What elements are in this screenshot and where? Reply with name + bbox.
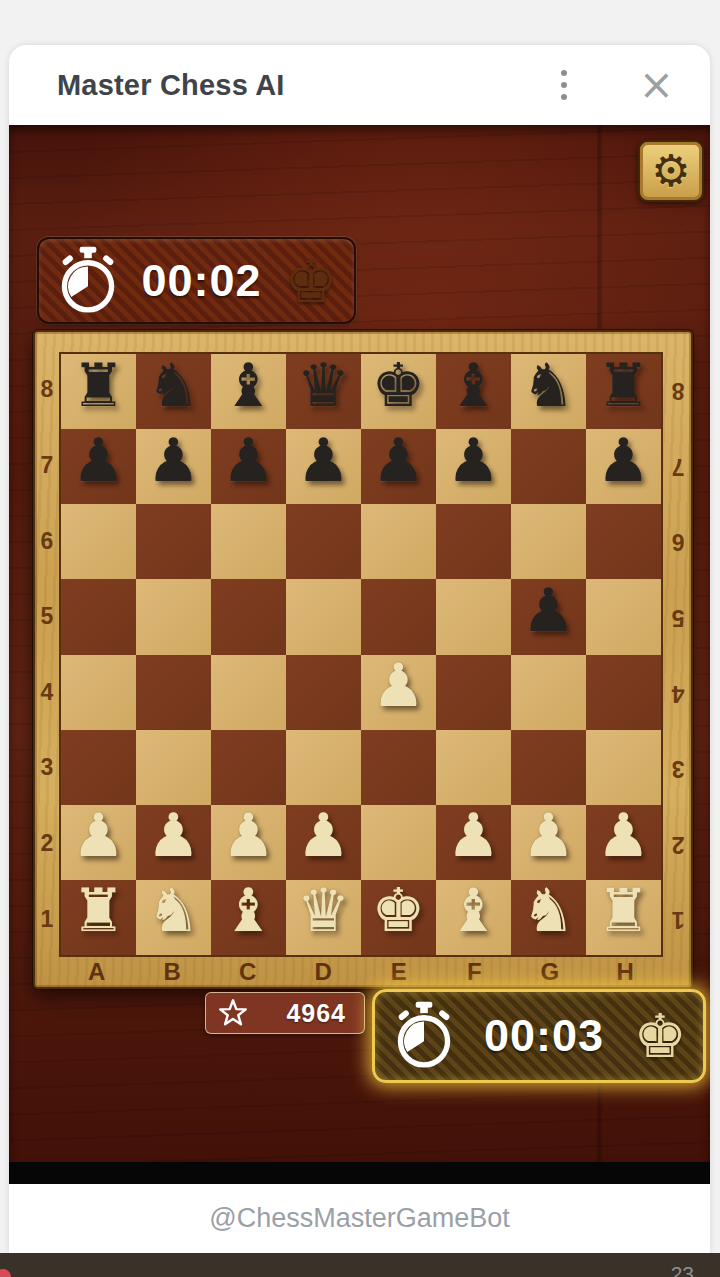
square-h7[interactable]: ♟ <box>586 429 661 504</box>
piece-black-pawn: ♟ <box>372 430 426 490</box>
file-label-d: D <box>286 957 362 987</box>
square-a1[interactable]: ♜ <box>61 880 136 955</box>
piece-black-bishop: ♝ <box>447 355 501 415</box>
square-c8[interactable]: ♝ <box>211 354 286 429</box>
rank-label-3: 3 <box>35 730 59 806</box>
square-e8[interactable]: ♚ <box>361 354 436 429</box>
square-b6[interactable] <box>136 504 211 579</box>
piece-black-pawn: ♟ <box>222 430 276 490</box>
piece-white-pawn: ♟ <box>597 805 651 865</box>
white-king-icon: ♚ <box>633 1006 687 1066</box>
black-king-icon: ♚ <box>284 251 338 311</box>
piece-black-queen: ♛ <box>297 355 351 415</box>
square-f7[interactable]: ♟ <box>436 429 511 504</box>
square-h5[interactable] <box>586 579 661 654</box>
square-h1[interactable]: ♜ <box>586 880 661 955</box>
piece-black-knight: ♞ <box>522 355 576 415</box>
piece-white-king: ♚ <box>372 880 426 940</box>
square-g8[interactable]: ♞ <box>511 354 586 429</box>
square-g4[interactable] <box>511 655 586 730</box>
opponent-clock-time: 00:02 <box>119 255 284 307</box>
game-area: ⚙ 00:02 ♚ 8765 <box>9 125 710 1162</box>
square-d7[interactable]: ♟ <box>286 429 361 504</box>
square-f8[interactable]: ♝ <box>436 354 511 429</box>
square-c7[interactable]: ♟ <box>211 429 286 504</box>
file-label-g: G <box>512 957 588 987</box>
square-c3[interactable] <box>211 730 286 805</box>
file-label-e: E <box>361 957 437 987</box>
square-g1[interactable]: ♞ <box>511 880 586 955</box>
piece-black-rook: ♜ <box>597 355 651 415</box>
square-a2[interactable]: ♟ <box>61 805 136 880</box>
square-f6[interactable] <box>436 504 511 579</box>
square-g7[interactable] <box>511 429 586 504</box>
game-card: Master Chess AI × ⚙ <box>9 45 710 1253</box>
game-header: Master Chess AI × <box>9 45 710 125</box>
piece-black-pawn: ♟ <box>297 430 351 490</box>
square-b2[interactable]: ♟ <box>136 805 211 880</box>
square-f5[interactable] <box>436 579 511 654</box>
piece-white-pawn: ♟ <box>147 805 201 865</box>
piece-white-rook: ♜ <box>72 880 126 940</box>
file-label-f: F <box>437 957 513 987</box>
piece-black-pawn: ♟ <box>72 430 126 490</box>
square-g6[interactable] <box>511 504 586 579</box>
star-icon <box>218 998 248 1028</box>
piece-black-king: ♚ <box>372 355 426 415</box>
square-e6[interactable] <box>361 504 436 579</box>
square-b3[interactable] <box>136 730 211 805</box>
piece-white-pawn: ♟ <box>297 805 351 865</box>
piece-white-rook: ♜ <box>597 880 651 940</box>
rank-label-mirrored-4: 4 <box>665 655 691 731</box>
chess-board: 87654321 87654321 ♜♞♝♛♚♝♞♜♟♟♟♟♟♟♟♟♟♟♟♟♟♟… <box>33 330 693 989</box>
square-a3[interactable] <box>61 730 136 805</box>
piece-black-pawn: ♟ <box>597 430 651 490</box>
piece-black-knight: ♞ <box>147 355 201 415</box>
piece-white-pawn: ♟ <box>222 805 276 865</box>
score-value: 4964 <box>248 999 346 1028</box>
square-a5[interactable] <box>61 579 136 654</box>
piece-black-pawn: ♟ <box>447 430 501 490</box>
piece-black-pawn: ♟ <box>522 580 576 640</box>
rank-label-mirrored-2: 2 <box>665 806 691 882</box>
square-d1[interactable]: ♛ <box>286 880 361 955</box>
square-g3[interactable] <box>511 730 586 805</box>
square-h3[interactable] <box>586 730 661 805</box>
square-c4[interactable] <box>211 655 286 730</box>
divider-bar <box>9 1162 710 1184</box>
piece-white-queen: ♛ <box>297 880 351 940</box>
square-g5[interactable]: ♟ <box>511 579 586 654</box>
telegram-game-window: Master Chess AI × ⚙ <box>0 0 720 1277</box>
rank-label-8: 8 <box>35 352 59 428</box>
square-c5[interactable] <box>211 579 286 654</box>
square-d6[interactable] <box>286 504 361 579</box>
rank-label-4: 4 <box>35 655 59 731</box>
square-d3[interactable] <box>286 730 361 805</box>
square-f1[interactable]: ♝ <box>436 880 511 955</box>
rank-label-mirrored-3: 3 <box>665 730 691 806</box>
gear-icon: ⚙ <box>651 149 690 193</box>
board-grid: ♜♞♝♛♚♝♞♜♟♟♟♟♟♟♟♟♟♟♟♟♟♟♟♟♜♞♝♛♚♝♞♜ <box>59 352 663 957</box>
score-panel: 4964 <box>205 992 365 1034</box>
rank-label-mirrored-5: 5 <box>665 579 691 655</box>
square-g2[interactable]: ♟ <box>511 805 586 880</box>
player-clock-time: 00:03 <box>455 1010 633 1062</box>
square-f3[interactable] <box>436 730 511 805</box>
piece-white-knight: ♞ <box>147 880 201 940</box>
rank-label-2: 2 <box>35 806 59 882</box>
rank-label-6: 6 <box>35 503 59 579</box>
square-h6[interactable] <box>586 504 661 579</box>
rank-labels-left: 87654321 <box>35 352 59 957</box>
square-f2[interactable]: ♟ <box>436 805 511 880</box>
rank-label-mirrored-7: 7 <box>665 428 691 504</box>
piece-white-pawn: ♟ <box>447 805 501 865</box>
square-c1[interactable]: ♝ <box>211 880 286 955</box>
notification-dot-icon <box>0 1269 11 1277</box>
square-d4[interactable] <box>286 655 361 730</box>
piece-black-bishop: ♝ <box>222 355 276 415</box>
square-f4[interactable] <box>436 655 511 730</box>
rank-label-1: 1 <box>35 881 59 957</box>
square-e3[interactable] <box>361 730 436 805</box>
piece-white-knight: ♞ <box>522 880 576 940</box>
rank-labels-right: 87654321 <box>665 352 691 957</box>
rank-label-mirrored-8: 8 <box>665 352 691 428</box>
square-d2[interactable]: ♟ <box>286 805 361 880</box>
close-icon[interactable]: × <box>639 64 674 106</box>
piece-white-pawn: ♟ <box>522 805 576 865</box>
file-label-c: C <box>210 957 286 987</box>
settings-button[interactable]: ⚙ <box>638 140 704 202</box>
square-h4[interactable] <box>586 655 661 730</box>
rank-label-5: 5 <box>35 579 59 655</box>
square-b1[interactable]: ♞ <box>136 880 211 955</box>
piece-black-pawn: ♟ <box>147 430 201 490</box>
piece-white-bishop: ♝ <box>222 880 276 940</box>
piece-white-bishop: ♝ <box>447 880 501 940</box>
square-e7[interactable]: ♟ <box>361 429 436 504</box>
square-b8[interactable]: ♞ <box>136 354 211 429</box>
stopwatch-icon <box>57 246 119 316</box>
square-d8[interactable]: ♛ <box>286 354 361 429</box>
page-title: Master Chess AI <box>57 69 285 102</box>
rank-label-mirrored-6: 6 <box>665 503 691 579</box>
rank-label-mirrored-1: 1 <box>665 881 691 957</box>
square-b5[interactable] <box>136 579 211 654</box>
square-e4[interactable]: ♟ <box>361 655 436 730</box>
square-b7[interactable]: ♟ <box>136 429 211 504</box>
square-a4[interactable] <box>61 655 136 730</box>
file-label-b: B <box>135 957 211 987</box>
bottom-partial-text: 23 <box>671 1262 694 1277</box>
square-e1[interactable]: ♚ <box>361 880 436 955</box>
square-a7[interactable]: ♟ <box>61 429 136 504</box>
square-a6[interactable] <box>61 504 136 579</box>
player-clock-white: 00:03 ♚ <box>372 989 706 1083</box>
kebab-menu-icon[interactable] <box>553 62 575 108</box>
piece-white-pawn: ♟ <box>372 655 426 715</box>
square-c2[interactable]: ♟ <box>211 805 286 880</box>
page-bottom-strip: 23 <box>0 1253 720 1277</box>
rank-label-7: 7 <box>35 428 59 504</box>
square-b4[interactable] <box>136 655 211 730</box>
square-h2[interactable]: ♟ <box>586 805 661 880</box>
file-label-h: H <box>588 957 664 987</box>
bot-handle[interactable]: @ChessMasterGameBot <box>209 1203 510 1234</box>
file-labels-bottom: ABCDEFGH <box>59 957 663 987</box>
square-h8[interactable]: ♜ <box>586 354 661 429</box>
square-e5[interactable] <box>361 579 436 654</box>
piece-white-pawn: ♟ <box>72 805 126 865</box>
square-a8[interactable]: ♜ <box>61 354 136 429</box>
square-e2[interactable] <box>361 805 436 880</box>
bot-footer: @ChessMasterGameBot <box>9 1184 710 1253</box>
opponent-clock-black: 00:02 ♚ <box>37 237 356 324</box>
stopwatch-icon <box>393 1001 455 1071</box>
square-d5[interactable] <box>286 579 361 654</box>
square-c6[interactable] <box>211 504 286 579</box>
file-label-a: A <box>59 957 135 987</box>
piece-black-rook: ♜ <box>72 355 126 415</box>
